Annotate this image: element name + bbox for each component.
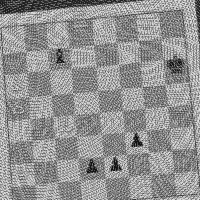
square-h6[interactable]: ♚ bbox=[164, 58, 189, 85]
square-b8[interactable] bbox=[24, 24, 48, 52]
square-c4[interactable]: ♙ bbox=[53, 115, 77, 139]
square-g3[interactable] bbox=[147, 129, 172, 153]
black-pawn-icon[interactable]: ♟ bbox=[83, 156, 102, 177]
square-a5[interactable]: ♙ bbox=[7, 98, 31, 122]
square-e2[interactable]: ♟ bbox=[103, 155, 128, 179]
square-g7[interactable] bbox=[139, 39, 164, 63]
white-pawn-icon[interactable]: ♙ bbox=[9, 96, 27, 116]
square-a3[interactable] bbox=[10, 141, 34, 165]
square-e5[interactable] bbox=[98, 89, 123, 113]
square-f8[interactable] bbox=[114, 15, 139, 43]
photo-stage: ♖♝♙♚♙♙♟♔♟♟ bbox=[0, 0, 200, 200]
square-f2[interactable] bbox=[126, 153, 151, 177]
square-e7[interactable] bbox=[94, 43, 118, 67]
square-c3[interactable] bbox=[55, 137, 79, 161]
white-pawn-icon[interactable]: ♙ bbox=[56, 114, 74, 134]
chess-board[interactable]: ♖♝♙♚♙♙♟♔♟♟ bbox=[0, 0, 200, 200]
square-e1[interactable] bbox=[105, 177, 130, 200]
square-b3[interactable] bbox=[32, 139, 56, 163]
square-c1[interactable] bbox=[58, 181, 83, 200]
square-a2[interactable]: ♔ bbox=[11, 163, 35, 187]
square-h2[interactable] bbox=[172, 149, 197, 173]
square-h3[interactable] bbox=[170, 127, 195, 151]
black-king-icon[interactable]: ♚ bbox=[163, 51, 188, 78]
square-a1[interactable] bbox=[13, 185, 37, 200]
square-b5[interactable] bbox=[29, 96, 53, 120]
square-f6[interactable] bbox=[118, 63, 143, 90]
square-e4[interactable] bbox=[100, 111, 125, 135]
black-pawn-icon[interactable]: ♟ bbox=[106, 154, 125, 175]
square-f7[interactable] bbox=[116, 41, 141, 65]
square-h8[interactable] bbox=[159, 11, 184, 39]
square-b7[interactable] bbox=[26, 50, 50, 73]
square-d8[interactable]: ♖ bbox=[68, 19, 94, 47]
square-g6[interactable] bbox=[141, 60, 166, 87]
square-f1[interactable] bbox=[128, 175, 153, 199]
square-b1[interactable] bbox=[35, 183, 59, 200]
square-d6[interactable] bbox=[72, 67, 98, 94]
square-e6[interactable] bbox=[96, 65, 121, 92]
square-h4[interactable] bbox=[168, 105, 193, 129]
board-edge-branding bbox=[0, 79, 2, 130]
square-d7[interactable] bbox=[70, 45, 96, 69]
white-rook-icon[interactable]: ♖ bbox=[67, 4, 93, 32]
square-a8[interactable] bbox=[2, 26, 26, 54]
board-squares: ♖♝♙♚♙♙♟♔♟♟ bbox=[1, 10, 200, 200]
square-g1[interactable] bbox=[151, 173, 176, 197]
square-g8[interactable] bbox=[137, 13, 162, 41]
square-g5[interactable] bbox=[143, 85, 168, 109]
square-h5[interactable] bbox=[166, 83, 191, 107]
square-c7[interactable]: ♝ bbox=[48, 48, 72, 71]
white-king-icon[interactable]: ♔ bbox=[16, 166, 30, 182]
black-bishop-icon[interactable]: ♝ bbox=[50, 45, 70, 67]
square-f5[interactable] bbox=[120, 87, 145, 111]
square-d1[interactable] bbox=[81, 179, 107, 200]
square-a4[interactable] bbox=[8, 119, 32, 143]
white-pawn-icon[interactable]: ♙ bbox=[8, 73, 26, 93]
square-d5[interactable] bbox=[74, 91, 100, 115]
square-f3[interactable]: ♟ bbox=[124, 131, 149, 155]
square-g2[interactable] bbox=[149, 151, 174, 175]
square-c6[interactable] bbox=[49, 69, 73, 96]
square-d2[interactable]: ♟ bbox=[79, 157, 105, 181]
black-pawn-icon[interactable]: ♟ bbox=[127, 129, 146, 150]
square-b4[interactable] bbox=[30, 117, 54, 141]
square-h1[interactable] bbox=[174, 171, 199, 195]
square-b2[interactable] bbox=[34, 161, 58, 185]
square-c2[interactable] bbox=[56, 159, 81, 183]
square-g4[interactable] bbox=[145, 107, 170, 131]
square-d4[interactable] bbox=[76, 113, 102, 137]
square-b6[interactable] bbox=[27, 71, 51, 97]
square-e8[interactable] bbox=[92, 17, 117, 45]
